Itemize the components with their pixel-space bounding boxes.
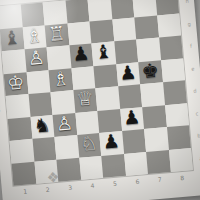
piece-black-pawn-e6[interactable]: ♟ (118, 61, 137, 82)
square-g8[interactable] (157, 13, 181, 37)
square-f5[interactable]: ♝ (91, 41, 115, 65)
square-d1[interactable] (6, 94, 30, 118)
square-c2[interactable]: ♞ (30, 115, 54, 139)
piece-black-pawn-f4[interactable]: ♟ (72, 43, 91, 64)
square-b1[interactable] (10, 139, 34, 163)
rank-label-6: 6 (126, 176, 149, 190)
square-a6[interactable] (124, 152, 148, 176)
piece-white-pawn-f2[interactable]: ♙ (27, 47, 46, 68)
square-h6[interactable] (110, 0, 134, 19)
square-e1[interactable]: ♔ (4, 72, 28, 96)
square-b6[interactable] (122, 129, 146, 153)
rank-label-7: 7 (148, 174, 171, 188)
square-g1[interactable]: ♝ (0, 27, 24, 51)
piece-white-bishop-g2[interactable]: ♗ (25, 24, 44, 45)
piece-white-pawn-c3[interactable]: ♙ (55, 112, 74, 133)
square-a5[interactable] (101, 153, 125, 177)
square-h5[interactable] (87, 0, 111, 21)
rank-label-3: 3 (58, 182, 81, 196)
piece-white-queen-d4[interactable]: ♕ (76, 88, 95, 109)
piece-black-bishop-f5[interactable]: ♝ (94, 41, 113, 62)
square-e8[interactable] (161, 58, 185, 82)
chess-board-mat: US CHESS ♝♗♖♙♟♝♔♗♟♚♕♞♙♟♘♟ 12345678 hgfed… (0, 0, 200, 200)
piece-white-rook-g3[interactable]: ♖ (47, 22, 66, 43)
file-label-f: f (184, 34, 198, 57)
square-b5[interactable]: ♟ (99, 131, 123, 155)
square-a4[interactable] (79, 155, 103, 179)
rank-label-8: 8 (171, 172, 194, 186)
square-g7[interactable] (134, 15, 158, 39)
file-label-e: e (186, 57, 200, 80)
chess-board: ♝♗♖♙♟♝♔♗♟♚♕♞♙♟♘♟ (0, 0, 193, 186)
rank-label-2: 2 (36, 184, 59, 198)
square-f2[interactable]: ♙ (24, 47, 48, 71)
square-c7[interactable] (142, 105, 166, 129)
square-e3[interactable]: ♗ (49, 68, 73, 92)
piece-white-knight-b4[interactable]: ♘ (79, 133, 98, 154)
square-f4[interactable]: ♟ (69, 43, 93, 67)
square-b3[interactable] (54, 135, 78, 159)
square-a8[interactable] (168, 148, 192, 172)
square-c1[interactable] (8, 117, 32, 141)
square-e7[interactable]: ♚ (138, 60, 162, 84)
us-chess-logo-icon: ❖ (46, 170, 60, 185)
rank-label-4: 4 (81, 180, 104, 194)
piece-black-bishop-g1[interactable]: ♝ (2, 26, 21, 47)
square-b7[interactable] (144, 127, 168, 151)
square-c8[interactable] (165, 103, 189, 127)
rank-label-5: 5 (103, 178, 126, 192)
piece-black-pawn-c6[interactable]: ♟ (122, 106, 141, 127)
square-e6[interactable]: ♟ (116, 62, 140, 86)
piece-black-knight-c2[interactable]: ♞ (33, 114, 52, 135)
file-label-g: g (182, 12, 196, 35)
piece-black-pawn-b5[interactable]: ♟ (102, 131, 121, 152)
square-d8[interactable] (163, 80, 187, 104)
square-b8[interactable] (166, 125, 190, 149)
square-a7[interactable] (146, 150, 170, 174)
file-label-c: c (190, 101, 200, 124)
rank-label-1: 1 (14, 186, 37, 200)
file-label-a: a (194, 146, 200, 169)
square-g6[interactable] (112, 17, 136, 41)
square-d4[interactable]: ♕ (73, 88, 97, 112)
square-a3[interactable] (56, 157, 80, 181)
square-c3[interactable]: ♙ (52, 113, 76, 137)
square-e5[interactable] (93, 64, 117, 88)
file-label-b: b (192, 124, 200, 147)
square-d7[interactable] (140, 82, 164, 106)
piece-black-king-e7[interactable]: ♚ (141, 59, 160, 80)
square-f8[interactable] (159, 36, 183, 60)
piece-white-king-e1[interactable]: ♔ (6, 71, 25, 92)
square-d5[interactable] (95, 86, 119, 110)
square-c6[interactable]: ♟ (120, 107, 144, 131)
square-a1[interactable] (12, 161, 36, 185)
piece-white-bishop-e3[interactable]: ♗ (51, 67, 70, 88)
photo-scene: US CHESS ♝♗♖♙♟♝♔♗♟♚♕♞♙♟♘♟ 12345678 hgfed… (0, 0, 200, 200)
square-b4[interactable]: ♘ (77, 133, 101, 157)
square-h4[interactable] (65, 0, 89, 23)
file-label-d: d (188, 79, 200, 102)
square-g3[interactable]: ♖ (45, 23, 69, 47)
square-e2[interactable] (26, 70, 50, 94)
square-b2[interactable] (32, 137, 56, 161)
